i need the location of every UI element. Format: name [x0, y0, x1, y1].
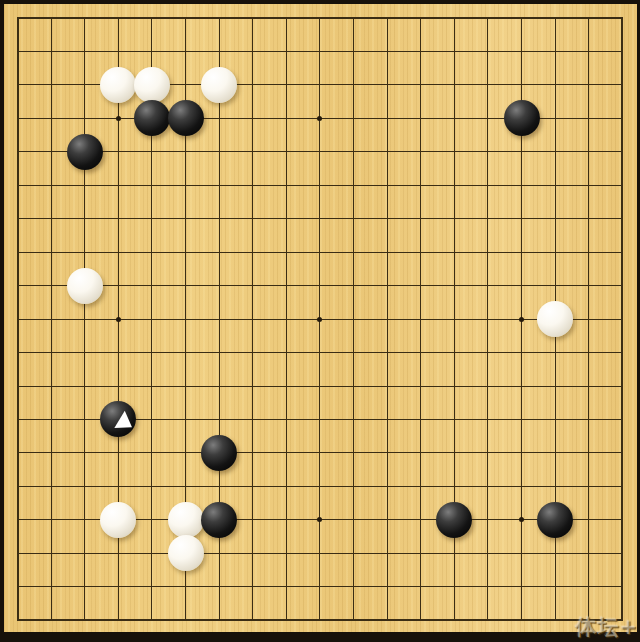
- grid-line-horizontal: [17, 51, 624, 52]
- grid-line-horizontal: [17, 486, 624, 487]
- black-stone: [100, 401, 136, 437]
- white-stone: [100, 502, 136, 538]
- go-board-screenshot: 体坛+: [0, 0, 640, 642]
- black-stone: [67, 134, 103, 170]
- grid-line-vertical: [319, 17, 320, 621]
- stones: [0, 0, 640, 642]
- grid-line-horizontal: [17, 553, 624, 554]
- grid-line-horizontal: [17, 319, 624, 320]
- black-stone: [168, 100, 204, 136]
- go-board: [4, 4, 637, 632]
- grid-line-horizontal: [17, 218, 624, 219]
- black-stone: [134, 100, 170, 136]
- star-point: [519, 116, 524, 121]
- grid-line-vertical: [353, 17, 354, 621]
- star-point: [116, 517, 121, 522]
- star-point: [519, 317, 524, 322]
- grid-lines: [0, 0, 640, 642]
- grid-line-vertical: [521, 17, 522, 621]
- white-stone: [168, 535, 204, 571]
- star-points: [0, 0, 640, 642]
- grid-line-vertical: [621, 17, 623, 621]
- grid-line-horizontal: [17, 386, 624, 387]
- black-stone: [504, 100, 540, 136]
- grid-line-vertical: [588, 17, 589, 621]
- grid-line-vertical: [252, 17, 253, 621]
- grid-line-vertical: [118, 17, 119, 621]
- grid-line-horizontal: [17, 586, 624, 587]
- black-stone: [201, 502, 237, 538]
- grid-line-vertical: [151, 17, 152, 621]
- white-stone: [134, 67, 170, 103]
- grid-line-horizontal: [17, 619, 624, 621]
- grid-line-vertical: [185, 17, 186, 621]
- grid-line-vertical: [420, 17, 421, 621]
- grid-line-vertical: [51, 17, 52, 621]
- grid-line-horizontal: [17, 352, 624, 353]
- grid-line-horizontal: [17, 252, 624, 253]
- grid-line-vertical: [555, 17, 556, 621]
- grid-line-horizontal: [17, 84, 624, 85]
- grid-line-horizontal: [17, 185, 624, 186]
- last-move-triangle-marker: [100, 401, 136, 437]
- grid-line-horizontal: [17, 452, 624, 453]
- grid-line-horizontal: [17, 285, 624, 286]
- white-stone: [67, 268, 103, 304]
- grid-line-horizontal: [17, 519, 624, 520]
- white-stone: [537, 301, 573, 337]
- white-stone: [201, 67, 237, 103]
- star-point: [317, 116, 322, 121]
- grid-line-vertical: [454, 17, 455, 621]
- grid-line-vertical: [487, 17, 488, 621]
- grid-line-horizontal: [17, 419, 624, 420]
- grid-line-horizontal: [17, 17, 624, 19]
- watermark: 体坛+: [575, 613, 638, 641]
- grid-line-vertical: [286, 17, 287, 621]
- star-point: [317, 517, 322, 522]
- star-point: [116, 317, 121, 322]
- black-stone: [201, 435, 237, 471]
- star-point: [519, 517, 524, 522]
- black-stone: [436, 502, 472, 538]
- star-point: [116, 116, 121, 121]
- grid-line-horizontal: [17, 118, 624, 119]
- star-point: [317, 317, 322, 322]
- white-stone: [168, 502, 204, 538]
- grid-line-vertical: [219, 17, 220, 621]
- grid-line-vertical: [387, 17, 388, 621]
- grid-line-vertical: [17, 17, 19, 621]
- white-stone: [100, 67, 136, 103]
- black-stone: [537, 502, 573, 538]
- grid-line-horizontal: [17, 151, 624, 152]
- grid-line-vertical: [84, 17, 85, 621]
